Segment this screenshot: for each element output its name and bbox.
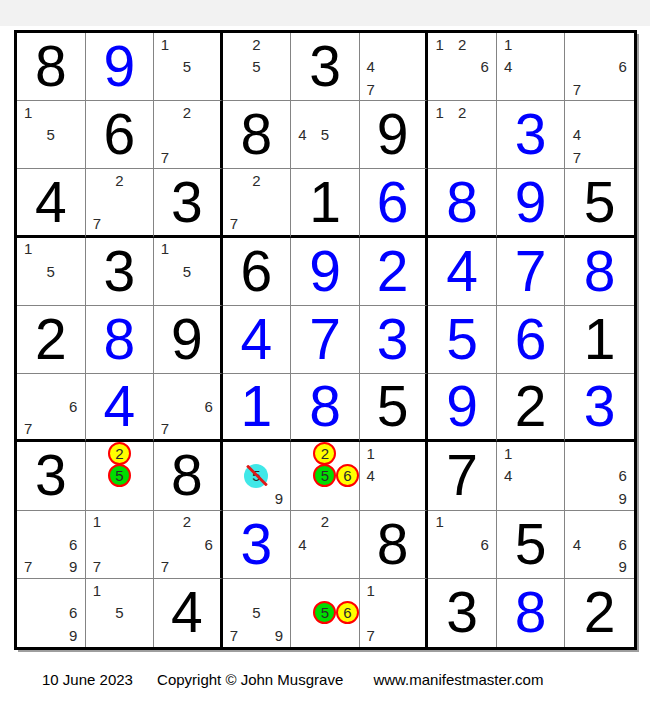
- candidate-slot-1: 1: [17, 101, 40, 123]
- candidate-slot-7: [428, 78, 451, 100]
- candidate-slot-7: [291, 487, 314, 509]
- candidate-slot-3: [473, 33, 496, 55]
- cell-r3c5[interactable]: 1: [291, 169, 360, 237]
- cell-r1c6[interactable]: 47: [360, 33, 429, 101]
- candidate-digit: 4: [504, 59, 512, 74]
- candidate-slot-6: 6: [62, 396, 85, 418]
- cell-r1c4[interactable]: 25: [223, 33, 292, 101]
- cell-r9c8[interactable]: 8: [497, 579, 566, 647]
- candidate-slot-6: 6: [198, 533, 220, 555]
- cell-r9c7[interactable]: 3: [428, 579, 497, 647]
- cell-r7c9[interactable]: 69: [565, 442, 634, 510]
- solved-digit: 5: [446, 311, 478, 368]
- cell-r1c9[interactable]: 67: [565, 33, 634, 101]
- candidate-slot-4: [154, 533, 176, 555]
- solved-digit: 8: [515, 584, 547, 641]
- candidate-slot-5: 5: [245, 465, 268, 487]
- candidate-slot-2: 2: [108, 169, 131, 191]
- cell-r4c6[interactable]: 2: [360, 238, 429, 306]
- given-digit: 9: [377, 106, 409, 163]
- candidate-slot-3: [62, 579, 85, 602]
- solved-digit: 8: [584, 243, 616, 300]
- candidate-slot-3: [198, 33, 220, 55]
- candidate-slot-7: [497, 487, 520, 509]
- candidate-slot-5: 5: [176, 55, 198, 77]
- candidate-slot-1: [86, 169, 109, 191]
- candidate-slot-2: 2: [314, 442, 337, 464]
- candidate-slot-5: [588, 55, 611, 77]
- candidate-slot-7: [291, 555, 314, 577]
- candidate-slot-2: 2: [451, 33, 474, 55]
- candidate-slot-1: [17, 374, 40, 396]
- given-digit: 6: [103, 106, 135, 163]
- cell-r4c2[interactable]: 3: [86, 238, 155, 306]
- cell-r8c8[interactable]: 5: [497, 511, 566, 579]
- candidate-slot-1: [291, 442, 314, 464]
- footer-website: www.manifestmaster.com: [373, 671, 543, 688]
- cell-r7c5[interactable]: 256: [291, 442, 360, 510]
- candidate-slot-3: [336, 101, 359, 123]
- candidate-slot-9: [131, 555, 154, 577]
- given-digit: 3: [35, 447, 67, 504]
- candidate-slot-1: [223, 442, 246, 464]
- candidate-slot-2: [176, 238, 198, 260]
- candidate-digit: 2: [115, 446, 123, 461]
- cell-r1c3[interactable]: 15: [154, 33, 223, 101]
- cell-r7c4[interactable]: 59: [223, 442, 292, 510]
- cell-r1c5[interactable]: 3: [291, 33, 360, 101]
- candidate-slot-1: 1: [428, 101, 451, 123]
- candidate-slot-4: [154, 396, 176, 418]
- candidate-slot-4: [428, 124, 451, 146]
- cell-r4c5[interactable]: 9: [291, 238, 360, 306]
- candidate-slot-6: 6: [611, 55, 634, 77]
- highlight-circle-yellow: 2: [108, 442, 131, 465]
- candidate-slot-4: [223, 465, 246, 487]
- candidate-slot-9: [403, 624, 425, 647]
- given-digit: 7: [446, 447, 478, 504]
- cell-r7c1[interactable]: 3: [17, 442, 86, 510]
- candidate-slot-5: 5: [40, 124, 63, 146]
- cell-r6c3[interactable]: 67: [154, 374, 223, 442]
- cell-r3c1[interactable]: 4: [17, 169, 86, 237]
- candidate-slot-3: [268, 442, 291, 464]
- sudoku-board: 8915253471261467156278459123474273271689…: [14, 30, 637, 650]
- cell-r1c8[interactable]: 14: [497, 33, 566, 101]
- candidate-grid: 25: [223, 33, 291, 100]
- cell-r5c8[interactable]: 6: [497, 306, 566, 374]
- candidate-slot-5: [382, 465, 404, 487]
- candidate-slot-9: [611, 78, 634, 100]
- candidate-grid: 16: [428, 511, 496, 578]
- candidate-slot-9: [198, 418, 220, 440]
- candidate-slot-5: [588, 124, 611, 146]
- cell-r9c6[interactable]: 17: [360, 579, 429, 647]
- cell-r9c2[interactable]: 15: [86, 579, 155, 647]
- candidate-grid: 17: [360, 579, 426, 647]
- candidate-slot-8: [40, 146, 63, 168]
- candidate-digit: 2: [183, 105, 191, 120]
- cell-r9c4[interactable]: 579: [223, 579, 292, 647]
- candidate-grid: 15: [17, 101, 85, 168]
- candidate-slot-9: [473, 146, 496, 168]
- candidate-grid: 15: [154, 238, 220, 305]
- candidate-slot-9: [131, 213, 154, 235]
- candidate-slot-3: [542, 33, 565, 55]
- cell-r5c9[interactable]: 1: [565, 306, 634, 374]
- candidate-slot-8: [314, 487, 337, 509]
- given-digit: 2: [515, 378, 547, 435]
- candidate-slot-2: [108, 579, 131, 602]
- cell-r5c3[interactable]: 9: [154, 306, 223, 374]
- cell-r6c8[interactable]: 2: [497, 374, 566, 442]
- candidate-digit: 2: [115, 173, 123, 188]
- cell-r2c3[interactable]: 27: [154, 101, 223, 169]
- candidate-slot-6: [198, 55, 220, 77]
- cell-r7c3[interactable]: 8: [154, 442, 223, 510]
- footer-copyright: Copyright © John Musgrave: [157, 671, 343, 688]
- cell-r5c6[interactable]: 3: [360, 306, 429, 374]
- candidate-digit: 1: [504, 37, 512, 52]
- candidate-slot-7: [86, 624, 109, 647]
- candidate-slot-9: [198, 78, 220, 100]
- candidate-slot-2: [176, 374, 198, 396]
- candidate-digit: 5: [252, 59, 260, 74]
- candidate-slot-8: [176, 78, 198, 100]
- cell-r7c7[interactable]: 7: [428, 442, 497, 510]
- candidate-slot-6: 6: [62, 602, 85, 625]
- cell-r1c1[interactable]: 8: [17, 33, 86, 101]
- candidate-slot-5: [451, 55, 474, 77]
- candidate-slot-5: 5: [40, 260, 63, 282]
- given-digit: 5: [584, 174, 616, 231]
- candidate-slot-6: [403, 55, 425, 77]
- cell-r9c5[interactable]: 56: [291, 579, 360, 647]
- cell-r7c8[interactable]: 14: [497, 442, 566, 510]
- candidate-grid: 59: [223, 442, 291, 509]
- cell-r8c2[interactable]: 17: [86, 511, 155, 579]
- cell-r9c1[interactable]: 69: [17, 579, 86, 647]
- candidate-slot-9: [611, 146, 634, 168]
- candidate-slot-1: [154, 511, 176, 533]
- candidate-slot-2: [40, 511, 63, 533]
- cell-r4c7[interactable]: 4: [428, 238, 497, 306]
- candidate-slot-3: [611, 511, 634, 533]
- cell-r2c8[interactable]: 3: [497, 101, 566, 169]
- candidate-digit: 1: [24, 105, 32, 120]
- candidate-slot-9: [198, 146, 220, 168]
- cell-r4c1[interactable]: 15: [17, 238, 86, 306]
- solved-digit: 8: [309, 378, 341, 435]
- candidate-grid: 67: [154, 374, 220, 439]
- solved-digit: 6: [515, 311, 547, 368]
- cell-r5c4[interactable]: 4: [223, 306, 292, 374]
- candidate-slot-3: [131, 579, 154, 602]
- candidate-digit: 1: [504, 446, 512, 461]
- candidate-slot-6: [403, 602, 425, 625]
- given-digit: 5: [377, 378, 409, 435]
- candidate-slot-9: [336, 555, 359, 577]
- candidate-slot-9: [62, 418, 85, 440]
- candidate-slot-9: [542, 487, 565, 509]
- solved-digit: 8: [446, 174, 478, 231]
- cell-r8c3[interactable]: 267: [154, 511, 223, 579]
- candidate-slot-9: 9: [62, 624, 85, 647]
- candidate-grid: 67: [565, 33, 634, 100]
- candidate-slot-6: [131, 602, 154, 625]
- candidate-slot-5: [40, 396, 63, 418]
- cell-r6c1[interactable]: 67: [17, 374, 86, 442]
- cell-r5c1[interactable]: 2: [17, 306, 86, 374]
- candidate-slot-5: 5: [108, 602, 131, 625]
- cell-r1c7[interactable]: 126: [428, 33, 497, 101]
- candidate-slot-7: [17, 146, 40, 168]
- candidate-slot-5: [40, 602, 63, 625]
- candidate-slot-1: 1: [86, 511, 109, 533]
- candidate-slot-6: [611, 124, 634, 146]
- cell-r3c8[interactable]: 9: [497, 169, 566, 237]
- candidate-slot-4: [86, 602, 109, 625]
- candidate-slot-9: [131, 624, 154, 647]
- cell-r2c7[interactable]: 12: [428, 101, 497, 169]
- candidate-slot-1: [17, 511, 40, 533]
- candidate-slot-1: [223, 33, 246, 55]
- given-digit: 5: [515, 516, 547, 573]
- candidate-slot-9: [131, 487, 154, 509]
- given-digit: 1: [309, 174, 341, 231]
- candidate-slot-7: 7: [360, 624, 382, 647]
- candidate-digit: 1: [367, 446, 375, 461]
- candidate-slot-4: 4: [565, 124, 588, 146]
- candidate-digit: 7: [230, 628, 238, 643]
- candidate-digit: 1: [435, 514, 443, 529]
- candidate-slot-6: [62, 124, 85, 146]
- candidate-slot-9: [198, 282, 220, 304]
- given-digit: 3: [446, 584, 478, 641]
- candidate-slot-5: [382, 55, 404, 77]
- candidate-digit: 7: [93, 559, 101, 574]
- candidate-slot-1: 1: [17, 238, 40, 260]
- candidate-slot-3: [198, 101, 220, 123]
- cell-r8c1[interactable]: 679: [17, 511, 86, 579]
- cell-r9c9[interactable]: 2: [565, 579, 634, 647]
- candidate-slot-6: [336, 124, 359, 146]
- candidate-slot-3: [336, 511, 359, 533]
- candidate-slot-2: [40, 101, 63, 123]
- candidate-grid: 47: [565, 101, 634, 168]
- candidate-digit: 6: [69, 399, 77, 414]
- candidate-slot-3: [62, 511, 85, 533]
- cell-r3c9[interactable]: 5: [565, 169, 634, 237]
- cell-r3c3[interactable]: 3: [154, 169, 223, 237]
- candidate-slot-2: 2: [176, 101, 198, 123]
- given-digit: 3: [171, 174, 203, 231]
- cell-r2c6[interactable]: 9: [360, 101, 429, 169]
- candidate-slot-1: [17, 579, 40, 602]
- cell-r2c2[interactable]: 6: [86, 101, 155, 169]
- candidate-slot-2: [314, 101, 337, 123]
- candidate-slot-6: 6: [473, 533, 496, 555]
- candidate-slot-2: [382, 579, 404, 602]
- candidate-digit: 1: [24, 241, 32, 256]
- candidate-slot-8: [519, 487, 542, 509]
- candidate-slot-2: [588, 442, 611, 464]
- candidate-slot-8: [245, 487, 268, 509]
- candidate-slot-9: [403, 487, 425, 509]
- solved-digit: 4: [446, 243, 478, 300]
- cell-r8c4[interactable]: 3: [223, 511, 292, 579]
- candidate-slot-2: [519, 33, 542, 55]
- candidate-slot-9: [473, 78, 496, 100]
- solved-digit: 4: [241, 311, 273, 368]
- candidate-slot-5: 5: [245, 602, 268, 625]
- given-digit: 1: [584, 311, 616, 368]
- cell-r6c6[interactable]: 5: [360, 374, 429, 442]
- cell-r4c3[interactable]: 15: [154, 238, 223, 306]
- candidate-slot-5: [176, 396, 198, 418]
- cell-r7c6[interactable]: 14: [360, 442, 429, 510]
- cell-r8c5[interactable]: 24: [291, 511, 360, 579]
- candidate-grid: 14: [497, 442, 565, 509]
- highlight-circle-yellow: 6: [336, 601, 359, 624]
- candidate-slot-2: [176, 33, 198, 55]
- candidate-slot-2: 2: [176, 511, 198, 533]
- candidate-slot-5: [382, 602, 404, 625]
- candidate-digit: 7: [161, 150, 169, 165]
- candidate-slot-8: [108, 555, 131, 577]
- candidate-slot-4: 4: [360, 55, 382, 77]
- candidate-digit: 2: [458, 105, 466, 120]
- cell-r5c5[interactable]: 7: [291, 306, 360, 374]
- candidate-slot-2: [588, 101, 611, 123]
- candidate-slot-7: [17, 624, 40, 647]
- candidate-digit: 5: [47, 264, 55, 279]
- candidate-slot-1: 1: [360, 442, 382, 464]
- candidate-slot-7: 7: [17, 418, 40, 440]
- candidate-grid: 12: [428, 101, 496, 168]
- candidate-slot-8: [40, 282, 63, 304]
- cell-r5c2[interactable]: 8: [86, 306, 155, 374]
- cell-r2c1[interactable]: 15: [17, 101, 86, 169]
- candidate-grid: 27: [154, 101, 220, 168]
- candidate-slot-2: 2: [245, 33, 268, 55]
- cell-r4c4[interactable]: 6: [223, 238, 292, 306]
- cell-r2c5[interactable]: 45: [291, 101, 360, 169]
- candidate-slot-8: [314, 624, 337, 647]
- candidate-digit: 1: [435, 105, 443, 120]
- highlight-circle-yellow: 6: [336, 464, 359, 487]
- cell-r4c8[interactable]: 7: [497, 238, 566, 306]
- candidate-slot-4: 4: [291, 533, 314, 555]
- cell-r6c7[interactable]: 9: [428, 374, 497, 442]
- cell-r6c5[interactable]: 8: [291, 374, 360, 442]
- candidate-slot-7: 7: [223, 213, 246, 235]
- cell-r6c2[interactable]: 4: [86, 374, 155, 442]
- solved-digit: 3: [584, 378, 616, 435]
- candidate-slot-1: [565, 511, 588, 533]
- solved-digit: 2: [377, 243, 409, 300]
- cell-r7c2[interactable]: 25: [86, 442, 155, 510]
- candidate-slot-4: 4: [497, 55, 520, 77]
- candidate-slot-8: [108, 624, 131, 647]
- given-digit: 3: [309, 38, 341, 95]
- candidate-grid: 679: [17, 511, 85, 578]
- candidate-digit: 9: [275, 491, 283, 506]
- cell-r8c6[interactable]: 8: [360, 511, 429, 579]
- cell-r3c6[interactable]: 6: [360, 169, 429, 237]
- given-digit: 8: [377, 516, 409, 573]
- highlight-circle-green: 5: [313, 464, 336, 487]
- candidate-slot-3: [268, 579, 291, 602]
- candidate-slot-6: [268, 602, 291, 625]
- candidate-slot-1: 1: [154, 238, 176, 260]
- candidate-slot-4: [17, 602, 40, 625]
- solved-digit: 9: [515, 174, 547, 231]
- cell-r2c4[interactable]: 8: [223, 101, 292, 169]
- candidate-digit: 7: [93, 216, 101, 231]
- candidate-slot-7: 7: [360, 78, 382, 100]
- candidate-slot-1: 1: [428, 511, 451, 533]
- candidate-slot-9: 9: [611, 555, 634, 577]
- candidate-grid: 45: [291, 101, 359, 168]
- candidate-slot-7: 7: [154, 146, 176, 168]
- cell-r6c4[interactable]: 1: [223, 374, 292, 442]
- candidate-slot-1: 1: [154, 33, 176, 55]
- candidate-digit: 6: [343, 468, 351, 483]
- cell-r9c3[interactable]: 4: [154, 579, 223, 647]
- cell-r2c9[interactable]: 47: [565, 101, 634, 169]
- candidate-digit: 7: [24, 559, 32, 574]
- given-digit: 8: [241, 106, 273, 163]
- cell-r8c7[interactable]: 16: [428, 511, 497, 579]
- candidate-slot-1: [86, 442, 109, 464]
- candidate-slot-8: [451, 555, 474, 577]
- cell-r5c7[interactable]: 5: [428, 306, 497, 374]
- candidate-digit: 6: [69, 605, 77, 620]
- candidate-digit: 7: [573, 150, 581, 165]
- cell-r3c2[interactable]: 27: [86, 169, 155, 237]
- candidate-slot-5: 5: [314, 465, 337, 487]
- candidate-slot-3: [62, 101, 85, 123]
- cell-r3c4[interactable]: 27: [223, 169, 292, 237]
- candidate-slot-6: [131, 191, 154, 213]
- candidate-slot-2: [245, 579, 268, 602]
- solved-digit: 9: [446, 378, 478, 435]
- candidate-slot-3: [403, 579, 425, 602]
- candidate-slot-3: [198, 511, 220, 533]
- candidate-digit: 2: [252, 37, 260, 52]
- cell-r6c9[interactable]: 3: [565, 374, 634, 442]
- candidate-digit: 1: [367, 583, 375, 598]
- candidate-digit: 9: [69, 628, 77, 643]
- candidate-slot-4: [223, 191, 246, 213]
- candidate-slot-8: [245, 624, 268, 647]
- candidate-slot-4: [17, 124, 40, 146]
- cell-r1c2[interactable]: 9: [86, 33, 155, 101]
- cell-r3c7[interactable]: 8: [428, 169, 497, 237]
- candidate-digit: 7: [230, 216, 238, 231]
- candidate-slot-8: [382, 624, 404, 647]
- candidate-slot-6: 6: [611, 533, 634, 555]
- cell-r8c9[interactable]: 469: [565, 511, 634, 579]
- candidate-slot-9: [473, 555, 496, 577]
- candidate-slot-7: [154, 282, 176, 304]
- candidate-slot-6: [198, 260, 220, 282]
- candidate-slot-7: [223, 78, 246, 100]
- candidate-slot-3: [473, 101, 496, 123]
- cell-r4c9[interactable]: 8: [565, 238, 634, 306]
- candidate-digit: 7: [367, 628, 375, 643]
